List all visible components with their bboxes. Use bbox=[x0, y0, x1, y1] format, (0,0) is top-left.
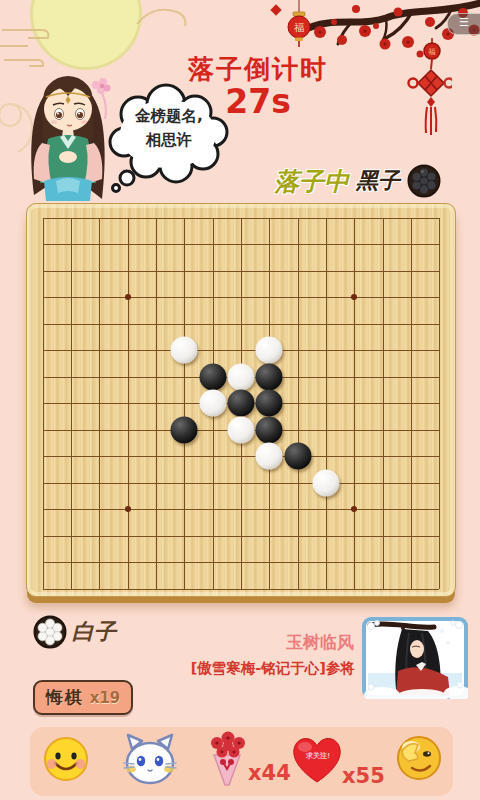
turn-indicator: 落子中 黑子 bbox=[274, 163, 454, 199]
menu-button[interactable]: ☰ bbox=[447, 13, 480, 35]
board-line bbox=[439, 218, 440, 589]
gold-emote-button[interactable] bbox=[394, 733, 444, 787]
bouquet-icon bbox=[202, 729, 252, 789]
board-line bbox=[43, 324, 440, 325]
undo-count: x19 bbox=[90, 689, 121, 707]
stone-white bbox=[199, 390, 226, 417]
stone-white bbox=[313, 469, 340, 496]
stone-black bbox=[256, 390, 283, 417]
opponent-guild-title: [傲雪寒梅-铭记于心]参将 bbox=[110, 659, 355, 678]
smiley-icon bbox=[42, 735, 90, 783]
svg-text:福: 福 bbox=[294, 22, 304, 33]
board-line bbox=[43, 456, 440, 457]
board-line bbox=[43, 536, 440, 537]
stone-black bbox=[256, 363, 283, 390]
black-stone-tray-icon bbox=[407, 164, 441, 198]
chinese-knot-decoration: 福 bbox=[406, 38, 452, 138]
player-avatar-girl bbox=[18, 53, 113, 203]
stone-white bbox=[256, 443, 283, 470]
board-line bbox=[43, 589, 440, 590]
cat-icon bbox=[122, 733, 178, 787]
gomoku-board[interactable] bbox=[26, 203, 456, 597]
stone-white bbox=[228, 416, 255, 443]
small-knot-charm bbox=[270, 4, 281, 15]
cat-emote-button[interactable] bbox=[122, 733, 178, 791]
board-line bbox=[43, 297, 440, 298]
bouquet-count: x44 bbox=[248, 761, 291, 785]
turn-label: 落子中 bbox=[274, 165, 349, 198]
turn-side-label: 黑子 bbox=[356, 166, 400, 196]
stone-black bbox=[228, 390, 255, 417]
star-point bbox=[125, 294, 131, 300]
lantern-decoration: 福 bbox=[282, 0, 316, 48]
board-line bbox=[43, 483, 440, 484]
stone-black bbox=[256, 416, 283, 443]
opponent-name: 玉树临风 bbox=[200, 631, 354, 654]
stone-white bbox=[171, 337, 198, 364]
gold-cloud-swirl bbox=[135, 0, 190, 30]
board-line bbox=[43, 509, 440, 510]
gold-smiley-icon bbox=[394, 733, 444, 783]
board-line bbox=[43, 350, 440, 351]
bouquet-emote-button[interactable]: x44 bbox=[202, 729, 252, 793]
emote-panel: x44 x55 求关注! bbox=[30, 727, 453, 796]
smiley-emote-button[interactable] bbox=[42, 735, 90, 787]
svg-text:福: 福 bbox=[429, 48, 436, 56]
board-line bbox=[43, 562, 440, 563]
hamburger-menu-icon: ☰ bbox=[459, 16, 470, 29]
bubble-line-2: 相思许 bbox=[108, 128, 230, 152]
white-stone-label: 白子 bbox=[72, 617, 116, 647]
board-line bbox=[43, 244, 440, 245]
stone-black bbox=[171, 416, 198, 443]
undo-label: 悔棋 bbox=[46, 686, 84, 709]
opponent-avatar[interactable] bbox=[362, 617, 468, 699]
stone-black bbox=[199, 363, 226, 390]
countdown-value: 27s bbox=[148, 82, 368, 121]
board-line bbox=[43, 218, 440, 219]
star-point bbox=[351, 294, 357, 300]
stone-white bbox=[256, 337, 283, 364]
stone-black bbox=[284, 443, 311, 470]
white-stone-tray-icon bbox=[33, 615, 67, 649]
heart-emote-button[interactable]: x55 bbox=[288, 732, 346, 790]
undo-button[interactable]: 悔棋 x19 bbox=[33, 680, 133, 715]
star-point bbox=[125, 506, 131, 512]
heart-count: x55 bbox=[342, 764, 385, 788]
star-point bbox=[351, 506, 357, 512]
board-grid[interactable] bbox=[27, 204, 455, 596]
board-line bbox=[43, 271, 440, 272]
heart-inner-text: 求关注! bbox=[300, 751, 336, 761]
stone-white bbox=[228, 363, 255, 390]
